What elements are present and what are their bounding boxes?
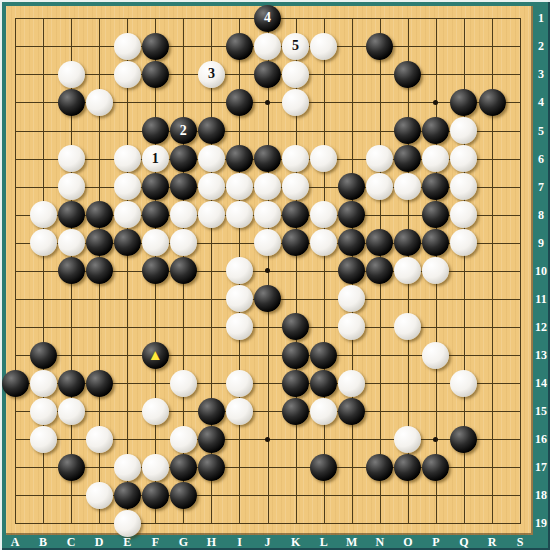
white-stone[interactable]: [310, 229, 337, 256]
white-stone[interactable]: [254, 201, 281, 228]
black-stone[interactable]: 2: [170, 117, 197, 144]
black-stone[interactable]: [282, 370, 309, 397]
white-stone[interactable]: [198, 173, 225, 200]
white-stone[interactable]: [142, 398, 169, 425]
row-label: 16: [531, 432, 550, 446]
white-stone[interactable]: [282, 89, 309, 116]
black-stone[interactable]: [366, 257, 393, 284]
white-stone[interactable]: [338, 370, 365, 397]
black-stone[interactable]: [394, 454, 421, 481]
white-stone[interactable]: [226, 201, 253, 228]
white-stone[interactable]: [58, 398, 85, 425]
white-stone[interactable]: [114, 510, 141, 537]
white-stone[interactable]: [226, 257, 253, 284]
white-stone[interactable]: [30, 426, 57, 453]
white-stone[interactable]: [394, 313, 421, 340]
grid-line-horizontal: [15, 523, 521, 524]
white-stone[interactable]: [170, 229, 197, 256]
move-number: 5: [292, 39, 299, 53]
go-board[interactable]: 45321▲: [6, 6, 533, 535]
white-stone[interactable]: [198, 201, 225, 228]
black-stone[interactable]: [422, 454, 449, 481]
white-stone[interactable]: [366, 173, 393, 200]
white-stone[interactable]: [114, 33, 141, 60]
black-stone[interactable]: [282, 342, 309, 369]
move-number: 3: [208, 67, 215, 81]
black-stone[interactable]: [338, 398, 365, 425]
white-stone[interactable]: [142, 229, 169, 256]
black-stone[interactable]: [394, 117, 421, 144]
white-stone[interactable]: [282, 61, 309, 88]
white-stone[interactable]: [142, 454, 169, 481]
black-stone[interactable]: [170, 257, 197, 284]
black-stone[interactable]: [394, 229, 421, 256]
black-stone[interactable]: [86, 201, 113, 228]
row-label: 6: [531, 152, 550, 166]
white-stone[interactable]: [450, 145, 477, 172]
black-stone[interactable]: [86, 229, 113, 256]
white-stone[interactable]: [30, 398, 57, 425]
row-label: 12: [531, 320, 550, 334]
black-stone[interactable]: 4: [254, 5, 281, 32]
white-stone[interactable]: [450, 173, 477, 200]
black-stone[interactable]: [479, 89, 506, 116]
white-stone[interactable]: [58, 173, 85, 200]
row-label: 4: [531, 95, 550, 109]
column-label: O: [398, 535, 418, 549]
white-stone[interactable]: [226, 173, 253, 200]
black-stone[interactable]: [422, 229, 449, 256]
column-label: I: [229, 535, 249, 549]
black-stone[interactable]: [338, 173, 365, 200]
black-stone[interactable]: [114, 229, 141, 256]
grid-line-horizontal: [15, 411, 521, 412]
column-label: F: [145, 535, 165, 549]
black-stone[interactable]: [310, 454, 337, 481]
white-stone[interactable]: [30, 229, 57, 256]
move-number: 1: [152, 152, 159, 166]
black-stone[interactable]: [366, 33, 393, 60]
white-stone[interactable]: [338, 285, 365, 312]
column-label: H: [201, 535, 221, 549]
column-label: S: [510, 535, 530, 549]
white-stone[interactable]: [310, 398, 337, 425]
black-stone[interactable]: [170, 482, 197, 509]
column-label: K: [286, 535, 306, 549]
column-label: A: [5, 535, 25, 549]
star-point: [265, 437, 270, 442]
black-stone[interactable]: [170, 145, 197, 172]
white-stone[interactable]: [394, 173, 421, 200]
black-stone[interactable]: [86, 370, 113, 397]
column-label: M: [342, 535, 362, 549]
black-stone[interactable]: ▲: [142, 342, 169, 369]
black-stone[interactable]: [170, 454, 197, 481]
row-label: 2: [531, 39, 550, 53]
star-point: [265, 100, 270, 105]
white-stone[interactable]: [450, 370, 477, 397]
black-stone[interactable]: [310, 370, 337, 397]
black-stone[interactable]: [142, 117, 169, 144]
black-stone[interactable]: [58, 454, 85, 481]
black-stone[interactable]: [30, 342, 57, 369]
black-stone[interactable]: [282, 398, 309, 425]
row-label: 5: [531, 124, 550, 138]
move-number: 4: [264, 11, 271, 25]
row-label: 17: [531, 460, 550, 474]
black-stone[interactable]: [226, 145, 253, 172]
black-stone[interactable]: [338, 201, 365, 228]
white-stone[interactable]: [450, 117, 477, 144]
row-label: 15: [531, 404, 550, 418]
column-label: C: [61, 535, 81, 549]
white-stone[interactable]: [86, 482, 113, 509]
row-label: 14: [531, 376, 550, 390]
column-label: D: [89, 535, 109, 549]
black-stone[interactable]: [310, 342, 337, 369]
white-stone[interactable]: [394, 257, 421, 284]
black-stone[interactable]: [226, 33, 253, 60]
row-label: 10: [531, 264, 550, 278]
black-stone[interactable]: [422, 173, 449, 200]
black-stone[interactable]: [142, 201, 169, 228]
go-app-window: 45321▲ ABCDEFGHIJKLMNOPQRS12345678910111…: [0, 0, 550, 550]
column-label: B: [33, 535, 53, 549]
white-stone[interactable]: 3: [198, 61, 225, 88]
white-stone[interactable]: [226, 313, 253, 340]
black-stone[interactable]: [282, 229, 309, 256]
black-stone[interactable]: [282, 201, 309, 228]
row-label: 18: [531, 488, 550, 502]
black-stone[interactable]: [58, 257, 85, 284]
white-stone[interactable]: [282, 173, 309, 200]
white-stone[interactable]: [422, 145, 449, 172]
white-stone[interactable]: [422, 342, 449, 369]
black-stone[interactable]: [394, 61, 421, 88]
white-stone[interactable]: [58, 61, 85, 88]
white-stone[interactable]: [226, 398, 253, 425]
white-stone[interactable]: [450, 201, 477, 228]
white-stone[interactable]: [170, 426, 197, 453]
white-stone[interactable]: [86, 89, 113, 116]
column-label: L: [314, 535, 334, 549]
white-stone[interactable]: [310, 145, 337, 172]
black-stone[interactable]: [450, 89, 477, 116]
white-stone[interactable]: [226, 285, 253, 312]
black-stone[interactable]: [254, 145, 281, 172]
white-stone[interactable]: [114, 454, 141, 481]
white-stone[interactable]: [254, 33, 281, 60]
black-stone[interactable]: [142, 61, 169, 88]
grid-line-vertical: [324, 18, 325, 524]
white-stone[interactable]: [394, 426, 421, 453]
move-number: 2: [180, 124, 187, 138]
black-stone[interactable]: [338, 257, 365, 284]
white-stone[interactable]: 1: [142, 145, 169, 172]
white-stone[interactable]: [114, 61, 141, 88]
row-label: 8: [531, 208, 550, 222]
black-stone[interactable]: [2, 370, 29, 397]
black-stone[interactable]: [114, 482, 141, 509]
row-label: 1: [531, 11, 550, 25]
white-stone[interactable]: [254, 229, 281, 256]
black-stone[interactable]: [58, 201, 85, 228]
column-label: E: [117, 535, 137, 549]
row-label: 7: [531, 180, 550, 194]
black-stone[interactable]: [422, 201, 449, 228]
black-stone[interactable]: [86, 257, 113, 284]
black-stone[interactable]: [366, 454, 393, 481]
white-stone[interactable]: [86, 426, 113, 453]
black-stone[interactable]: [142, 33, 169, 60]
black-stone[interactable]: [282, 313, 309, 340]
white-stone[interactable]: [30, 201, 57, 228]
black-stone[interactable]: [198, 398, 225, 425]
white-stone[interactable]: [310, 33, 337, 60]
black-stone[interactable]: [198, 117, 225, 144]
white-stone[interactable]: [198, 145, 225, 172]
column-label: R: [482, 535, 502, 549]
row-label: 19: [531, 516, 550, 530]
grid-line-horizontal: [15, 327, 521, 328]
star-point: [265, 268, 270, 273]
white-stone[interactable]: [310, 201, 337, 228]
column-label: J: [258, 535, 278, 549]
white-stone[interactable]: [226, 370, 253, 397]
white-stone[interactable]: [114, 145, 141, 172]
black-stone[interactable]: [170, 173, 197, 200]
row-label: 9: [531, 236, 550, 250]
white-stone[interactable]: [58, 229, 85, 256]
black-stone[interactable]: [142, 257, 169, 284]
black-stone[interactable]: [58, 370, 85, 397]
star-point: [433, 437, 438, 442]
black-stone[interactable]: [58, 89, 85, 116]
white-stone[interactable]: [114, 201, 141, 228]
black-stone[interactable]: [338, 229, 365, 256]
grid-line-vertical: [520, 18, 521, 524]
black-stone[interactable]: [422, 117, 449, 144]
black-stone[interactable]: [142, 482, 169, 509]
black-stone[interactable]: [254, 61, 281, 88]
white-stone[interactable]: 5: [282, 33, 309, 60]
row-label: 3: [531, 67, 550, 81]
white-stone[interactable]: [450, 229, 477, 256]
column-label: Q: [454, 535, 474, 549]
white-stone[interactable]: [58, 145, 85, 172]
triangle-marker-icon: ▲: [148, 348, 163, 363]
white-stone[interactable]: [30, 370, 57, 397]
white-stone[interactable]: [422, 257, 449, 284]
black-stone[interactable]: [142, 173, 169, 200]
black-stone[interactable]: [198, 426, 225, 453]
black-stone[interactable]: [226, 89, 253, 116]
star-point: [433, 100, 438, 105]
black-stone[interactable]: [254, 285, 281, 312]
black-stone[interactable]: [198, 454, 225, 481]
black-stone[interactable]: [366, 229, 393, 256]
white-stone[interactable]: [254, 173, 281, 200]
white-stone[interactable]: [366, 145, 393, 172]
black-stone[interactable]: [394, 145, 421, 172]
white-stone[interactable]: [170, 201, 197, 228]
row-label: 13: [531, 348, 550, 362]
row-label: 11: [531, 292, 550, 306]
column-label: N: [370, 535, 390, 549]
white-stone[interactable]: [338, 313, 365, 340]
white-stone[interactable]: [114, 173, 141, 200]
white-stone[interactable]: [170, 370, 197, 397]
column-label: P: [426, 535, 446, 549]
column-label: G: [173, 535, 193, 549]
white-stone[interactable]: [282, 145, 309, 172]
black-stone[interactable]: [450, 426, 477, 453]
